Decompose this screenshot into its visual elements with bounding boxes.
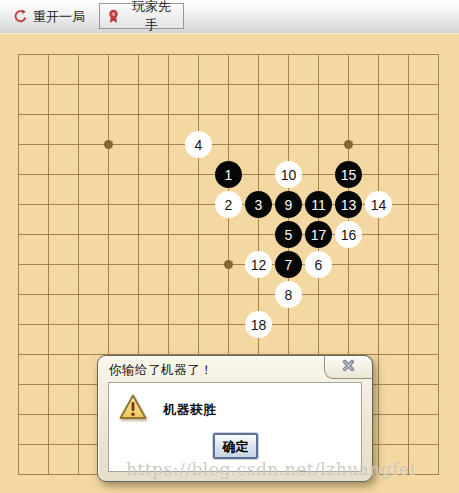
restart-button[interactable]: 重开一局 bbox=[7, 4, 91, 29]
board-cell[interactable] bbox=[154, 310, 184, 340]
board-cell[interactable] bbox=[64, 250, 94, 280]
board-cell[interactable] bbox=[364, 250, 394, 280]
board-cell[interactable]: 1 bbox=[214, 160, 244, 190]
board-cell[interactable]: 13 bbox=[334, 190, 364, 220]
board-cell[interactable] bbox=[4, 190, 34, 220]
white-stone-4: 4 bbox=[185, 131, 212, 158]
board-cell[interactable]: 18 bbox=[244, 310, 274, 340]
board-cell[interactable] bbox=[424, 160, 454, 190]
board-cell[interactable] bbox=[4, 400, 34, 430]
board-cell[interactable] bbox=[124, 280, 154, 310]
board-cell[interactable]: 3 bbox=[244, 190, 274, 220]
board-cell[interactable] bbox=[4, 220, 34, 250]
board-cell[interactable] bbox=[124, 220, 154, 250]
board-cell[interactable] bbox=[124, 190, 154, 220]
board-cell[interactable] bbox=[124, 40, 154, 70]
board-cell[interactable] bbox=[184, 280, 214, 310]
black-stone-5: 5 bbox=[275, 221, 302, 248]
board-cell[interactable] bbox=[94, 70, 124, 100]
board-cell[interactable] bbox=[124, 160, 154, 190]
board-cell[interactable]: 11 bbox=[304, 190, 334, 220]
board-cell[interactable] bbox=[364, 70, 394, 100]
board-cell[interactable] bbox=[184, 220, 214, 250]
board-cell[interactable] bbox=[424, 430, 454, 460]
board-cell[interactable] bbox=[334, 40, 364, 70]
restart-icon bbox=[13, 9, 28, 24]
board-cell[interactable] bbox=[214, 130, 244, 160]
board-cell[interactable] bbox=[364, 130, 394, 160]
player-first-button[interactable]: 玩家先手 bbox=[99, 3, 184, 29]
board-cell[interactable] bbox=[64, 160, 94, 190]
board-cell[interactable] bbox=[64, 100, 94, 130]
board-cell[interactable] bbox=[424, 280, 454, 310]
board-cell[interactable] bbox=[274, 310, 304, 340]
board-cell[interactable]: 4 bbox=[184, 130, 214, 160]
board-cell[interactable] bbox=[34, 370, 64, 400]
board-cell[interactable] bbox=[304, 100, 334, 130]
board-cell[interactable] bbox=[244, 160, 274, 190]
board-cell[interactable] bbox=[4, 130, 34, 160]
board-cell[interactable] bbox=[214, 250, 244, 280]
medal-icon bbox=[106, 9, 121, 24]
board-cell[interactable] bbox=[364, 160, 394, 190]
board-cell[interactable] bbox=[184, 160, 214, 190]
warning-icon bbox=[118, 393, 148, 422]
board-cell[interactable] bbox=[34, 250, 64, 280]
board-cell[interactable] bbox=[244, 70, 274, 100]
board-cell[interactable] bbox=[424, 40, 454, 70]
board-cell[interactable] bbox=[214, 220, 244, 250]
board-cell[interactable] bbox=[304, 70, 334, 100]
board-cell[interactable] bbox=[94, 220, 124, 250]
board-cell[interactable] bbox=[184, 70, 214, 100]
board-cell[interactable] bbox=[64, 340, 94, 370]
white-stone-12: 12 bbox=[245, 251, 272, 278]
board-cell[interactable] bbox=[424, 220, 454, 250]
board-cell[interactable] bbox=[394, 160, 424, 190]
white-stone-6: 6 bbox=[305, 251, 332, 278]
board-cell[interactable] bbox=[424, 70, 454, 100]
board-cell[interactable] bbox=[394, 430, 424, 460]
board-cell[interactable] bbox=[4, 310, 34, 340]
board-cell[interactable] bbox=[214, 280, 244, 310]
board-cell[interactable] bbox=[4, 250, 34, 280]
board-cell[interactable] bbox=[4, 160, 34, 190]
dialog-message: 机器获胜 bbox=[163, 401, 217, 419]
star-point bbox=[344, 140, 353, 149]
white-stone-18: 18 bbox=[245, 311, 272, 338]
board-cell[interactable] bbox=[424, 340, 454, 370]
board-cell[interactable] bbox=[184, 310, 214, 340]
board-cell[interactable] bbox=[154, 160, 184, 190]
board-cell[interactable] bbox=[394, 400, 424, 430]
board-cell[interactable] bbox=[244, 130, 274, 160]
board-cell[interactable] bbox=[274, 70, 304, 100]
board-cell[interactable] bbox=[34, 190, 64, 220]
board-cell[interactable] bbox=[154, 100, 184, 130]
board-cell[interactable]: 15 bbox=[334, 160, 364, 190]
board-cell[interactable] bbox=[394, 40, 424, 70]
board-cell[interactable] bbox=[124, 250, 154, 280]
board-cell[interactable] bbox=[4, 340, 34, 370]
board-cell[interactable] bbox=[124, 130, 154, 160]
board-cell[interactable] bbox=[94, 190, 124, 220]
board-cell[interactable] bbox=[124, 70, 154, 100]
board-cell[interactable] bbox=[184, 250, 214, 280]
board-cell[interactable]: 7 bbox=[274, 250, 304, 280]
board-cell[interactable] bbox=[364, 310, 394, 340]
board-cell[interactable] bbox=[394, 280, 424, 310]
board-cell[interactable]: 14 bbox=[364, 190, 394, 220]
close-icon bbox=[341, 358, 356, 376]
board-cell[interactable]: 10 bbox=[274, 160, 304, 190]
board-cell[interactable] bbox=[214, 40, 244, 70]
board-cell[interactable] bbox=[4, 430, 34, 460]
board-cell[interactable] bbox=[364, 280, 394, 310]
black-stone-13: 13 bbox=[335, 191, 362, 218]
star-point bbox=[104, 140, 113, 149]
black-stone-3: 3 bbox=[245, 191, 272, 218]
board-cell[interactable] bbox=[394, 100, 424, 130]
board-cell[interactable] bbox=[424, 130, 454, 160]
board-cell[interactable] bbox=[424, 460, 454, 490]
board-cell[interactable]: 17 bbox=[304, 220, 334, 250]
board-cell[interactable] bbox=[274, 130, 304, 160]
board-cell[interactable] bbox=[334, 130, 364, 160]
board-cell[interactable] bbox=[4, 370, 34, 400]
board-cell[interactable] bbox=[424, 250, 454, 280]
board-cell[interactable] bbox=[334, 100, 364, 130]
star-point bbox=[224, 260, 233, 269]
board-cell[interactable] bbox=[364, 40, 394, 70]
board-cell[interactable] bbox=[64, 40, 94, 70]
board-cell[interactable] bbox=[214, 70, 244, 100]
board-cell[interactable] bbox=[154, 280, 184, 310]
board-cell[interactable] bbox=[94, 40, 124, 70]
board-cell[interactable] bbox=[424, 400, 454, 430]
board-cell[interactable] bbox=[94, 250, 124, 280]
board-cell[interactable] bbox=[64, 460, 94, 490]
board-cell[interactable] bbox=[184, 190, 214, 220]
board-cell[interactable]: 8 bbox=[274, 280, 304, 310]
dialog-title: 你输给了机器了！ bbox=[109, 362, 213, 379]
board-cell[interactable] bbox=[4, 40, 34, 70]
board-cell[interactable] bbox=[64, 310, 94, 340]
board-cell[interactable] bbox=[4, 70, 34, 100]
board-cell[interactable] bbox=[34, 430, 64, 460]
black-stone-11: 11 bbox=[305, 191, 332, 218]
board-cell[interactable]: 12 bbox=[244, 250, 274, 280]
white-stone-10: 10 bbox=[275, 161, 302, 188]
board-cell[interactable] bbox=[394, 340, 424, 370]
board-cell[interactable] bbox=[424, 100, 454, 130]
board-cell[interactable] bbox=[34, 220, 64, 250]
board-cell[interactable] bbox=[154, 70, 184, 100]
board-cell[interactable] bbox=[334, 310, 364, 340]
board-cell[interactable] bbox=[34, 160, 64, 190]
board-cell[interactable] bbox=[154, 250, 184, 280]
board-cell[interactable] bbox=[304, 310, 334, 340]
board-cell[interactable] bbox=[64, 430, 94, 460]
black-stone-1: 1 bbox=[215, 161, 242, 188]
board-cell[interactable] bbox=[154, 220, 184, 250]
board-cell[interactable] bbox=[34, 340, 64, 370]
board-cell[interactable] bbox=[64, 370, 94, 400]
board-cell[interactable] bbox=[394, 250, 424, 280]
board-cell[interactable] bbox=[244, 40, 274, 70]
board-cell[interactable] bbox=[124, 310, 154, 340]
board-cell[interactable] bbox=[94, 100, 124, 130]
board-cell[interactable] bbox=[364, 220, 394, 250]
board-cell[interactable] bbox=[394, 70, 424, 100]
board-cell[interactable] bbox=[334, 70, 364, 100]
board-cell[interactable] bbox=[274, 100, 304, 130]
board-cell[interactable] bbox=[424, 190, 454, 220]
board-cell[interactable] bbox=[184, 40, 214, 70]
board-cell[interactable] bbox=[154, 190, 184, 220]
board-cell[interactable] bbox=[64, 220, 94, 250]
board-cell[interactable] bbox=[394, 370, 424, 400]
board-cell[interactable] bbox=[124, 100, 154, 130]
board-cell[interactable] bbox=[154, 130, 184, 160]
black-stone-9: 9 bbox=[275, 191, 302, 218]
restart-label: 重开一局 bbox=[33, 8, 85, 26]
black-stone-15: 15 bbox=[335, 161, 362, 188]
board-cell[interactable] bbox=[244, 220, 274, 250]
board-cell[interactable] bbox=[94, 280, 124, 310]
board-cell[interactable] bbox=[64, 190, 94, 220]
board-cell[interactable] bbox=[4, 280, 34, 310]
board-cell[interactable] bbox=[214, 310, 244, 340]
board-cell[interactable]: 9 bbox=[274, 190, 304, 220]
board-cell[interactable] bbox=[424, 310, 454, 340]
board-cell[interactable]: 5 bbox=[274, 220, 304, 250]
board-cell[interactable] bbox=[274, 40, 304, 70]
board-cell[interactable] bbox=[64, 70, 94, 100]
board-cell[interactable] bbox=[304, 130, 334, 160]
board-cell[interactable] bbox=[394, 130, 424, 160]
board-cell[interactable] bbox=[94, 310, 124, 340]
player-first-label: 玩家先手 bbox=[126, 0, 177, 34]
board-cell[interactable] bbox=[244, 280, 274, 310]
board-cell[interactable] bbox=[244, 100, 274, 130]
board-cell[interactable] bbox=[34, 40, 64, 70]
board-cell[interactable] bbox=[304, 40, 334, 70]
board-cell[interactable] bbox=[394, 310, 424, 340]
board-cell[interactable] bbox=[214, 100, 244, 130]
board-cell[interactable] bbox=[34, 280, 64, 310]
dialog-close-button[interactable] bbox=[324, 355, 373, 379]
board-cell[interactable] bbox=[184, 100, 214, 130]
board-cell[interactable] bbox=[64, 130, 94, 160]
toolbar: 重开一局 玩家先手 bbox=[0, 0, 459, 33]
board-cell[interactable]: 2 bbox=[214, 190, 244, 220]
board-cell[interactable] bbox=[334, 280, 364, 310]
watermark: https://blog.csdn.net/lzhuangfei bbox=[126, 459, 415, 479]
white-stone-2: 2 bbox=[215, 191, 242, 218]
board-cell[interactable] bbox=[94, 130, 124, 160]
board-cell[interactable]: 6 bbox=[304, 250, 334, 280]
white-stone-16: 16 bbox=[335, 221, 362, 248]
board-cell[interactable] bbox=[4, 100, 34, 130]
board-cell[interactable] bbox=[304, 160, 334, 190]
board-cell[interactable] bbox=[154, 40, 184, 70]
board-cell[interactable] bbox=[94, 160, 124, 190]
board-cell[interactable] bbox=[4, 460, 34, 490]
board-cell[interactable] bbox=[34, 310, 64, 340]
board-cell[interactable] bbox=[34, 130, 64, 160]
board-cell[interactable] bbox=[64, 280, 94, 310]
board-cell[interactable] bbox=[64, 400, 94, 430]
board-cell[interactable] bbox=[34, 400, 64, 430]
board-cell[interactable] bbox=[424, 370, 454, 400]
board-cell[interactable] bbox=[34, 460, 64, 490]
board-cell[interactable] bbox=[334, 250, 364, 280]
board-cell[interactable] bbox=[394, 220, 424, 250]
board-cell[interactable] bbox=[34, 70, 64, 100]
board-cell[interactable] bbox=[34, 100, 64, 130]
board-cell[interactable] bbox=[364, 100, 394, 130]
black-stone-17: 17 bbox=[305, 221, 332, 248]
white-stone-14: 14 bbox=[365, 191, 392, 218]
black-stone-7: 7 bbox=[275, 251, 302, 278]
white-stone-8: 8 bbox=[275, 281, 302, 308]
board-cell[interactable]: 16 bbox=[334, 220, 364, 250]
ok-button[interactable]: 确定 bbox=[213, 433, 258, 459]
board-cell[interactable] bbox=[394, 190, 424, 220]
board-cell[interactable] bbox=[304, 280, 334, 310]
